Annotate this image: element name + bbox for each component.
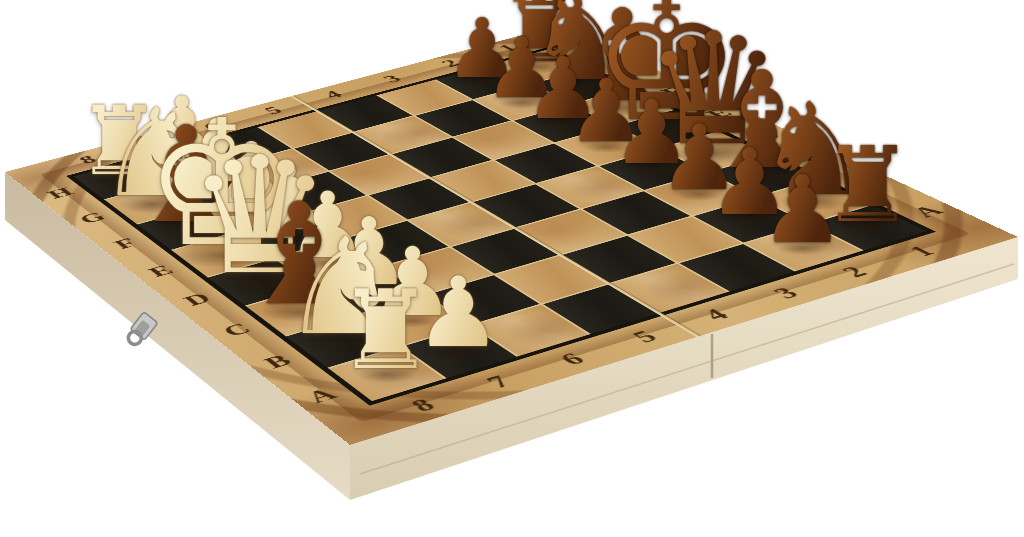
chess-set-photo: 87654321 87654321 HGFEDCBA HGFEDCBA ♜♞♝♛…	[0, 0, 1024, 537]
